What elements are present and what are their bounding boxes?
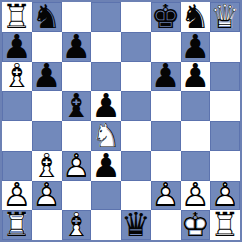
square-e3[interactable] [121,151,151,181]
piece-black-pawn: ♟ [62,32,92,62]
square-c7[interactable]: ♟ [62,32,92,62]
square-g4[interactable] [181,121,211,151]
piece-black-pawn: ♟ [91,151,121,181]
square-d1[interactable] [91,210,121,240]
square-e8[interactable] [121,2,151,32]
square-f5[interactable] [151,91,181,121]
square-d7[interactable] [91,32,121,62]
square-h4[interactable] [210,121,240,151]
piece-white-bishop: ♝♗ [2,62,32,92]
square-d2[interactable] [91,181,121,211]
piece-black-king: ♚ [151,2,181,32]
square-b2[interactable]: ♟♙ [32,181,62,211]
square-c3[interactable]: ♟♙ [62,151,92,181]
square-d8[interactable] [91,2,121,32]
chess-board: ♜♖♞♚♞♛♕♟♟♟♝♗♟♟♟♝♟♞♘♝♗♟♙♟♟♙♟♙♟♙♟♙♟♙♜♖♝♗♛♚… [0,0,242,242]
square-f6[interactable]: ♟ [151,62,181,92]
square-c1[interactable]: ♝♗ [62,210,92,240]
square-e7[interactable] [121,32,151,62]
square-e4[interactable] [121,121,151,151]
piece-black-pawn: ♟ [181,62,211,92]
square-g5[interactable] [181,91,211,121]
square-a4[interactable] [2,121,32,151]
square-f1[interactable] [151,210,181,240]
square-h7[interactable] [210,32,240,62]
square-a1[interactable]: ♜♖ [2,210,32,240]
square-b1[interactable] [32,210,62,240]
square-a5[interactable] [2,91,32,121]
piece-black-pawn: ♟ [151,62,181,92]
square-h5[interactable] [210,91,240,121]
square-b6[interactable]: ♟ [32,62,62,92]
square-g1[interactable]: ♚♔ [181,210,211,240]
piece-black-bishop: ♝ [62,91,92,121]
piece-white-pawn: ♟♙ [32,181,62,211]
piece-white-pawn: ♟♙ [151,181,181,211]
piece-black-queen: ♛ [121,210,151,240]
square-f4[interactable] [151,121,181,151]
square-b5[interactable] [32,91,62,121]
piece-white-rook: ♜♖ [2,210,32,240]
piece-white-king: ♚♔ [181,210,211,240]
square-e1[interactable]: ♛ [121,210,151,240]
square-a6[interactable]: ♝♗ [2,62,32,92]
square-e6[interactable] [121,62,151,92]
square-c5[interactable]: ♝ [62,91,92,121]
square-g6[interactable]: ♟ [181,62,211,92]
piece-black-pawn: ♟ [32,62,62,92]
square-h8[interactable]: ♛♕ [210,2,240,32]
square-f8[interactable]: ♚ [151,2,181,32]
square-b8[interactable]: ♞ [32,2,62,32]
piece-white-queen: ♛♕ [210,2,240,32]
square-h1[interactable]: ♜♖ [210,210,240,240]
piece-black-knight: ♞ [32,2,62,32]
piece-white-rook: ♜♖ [210,210,240,240]
piece-white-pawn: ♟♙ [62,151,92,181]
square-f2[interactable]: ♟♙ [151,181,181,211]
square-d3[interactable]: ♟ [91,151,121,181]
square-e5[interactable] [121,91,151,121]
piece-white-bishop: ♝♗ [62,210,92,240]
square-h6[interactable] [210,62,240,92]
